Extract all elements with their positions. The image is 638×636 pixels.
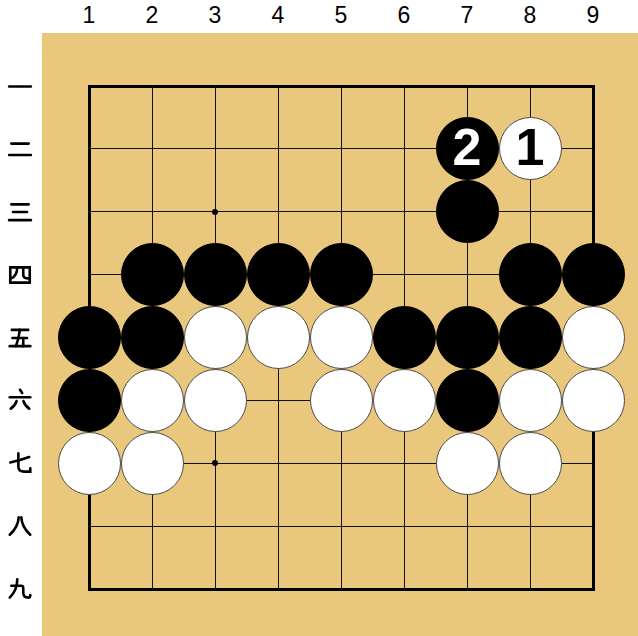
stone-white-col5-row5 bbox=[310, 306, 373, 369]
stone-black-col8-row4 bbox=[499, 243, 562, 306]
stone-white-col2-row7 bbox=[121, 432, 184, 495]
goban: 21 bbox=[42, 33, 638, 636]
kanji-numeral-5-icon bbox=[7, 325, 33, 351]
stone-white-col8-row6 bbox=[499, 369, 562, 432]
kanji-numeral-4-icon bbox=[7, 262, 33, 288]
stone-white-col9-row5 bbox=[562, 306, 625, 369]
stone-black-col2-row5 bbox=[121, 306, 184, 369]
stone-white-col7-row7 bbox=[436, 432, 499, 495]
stone-white-col9-row6 bbox=[562, 369, 625, 432]
grid-hline-8 bbox=[89, 526, 593, 527]
stone-black-col7-row3 bbox=[436, 180, 499, 243]
stone-black-col2-row4 bbox=[121, 243, 184, 306]
row-label-5 bbox=[7, 325, 33, 351]
stone-black-col1-row6 bbox=[58, 369, 121, 432]
move-number: 1 bbox=[516, 121, 545, 176]
row-label-9 bbox=[7, 576, 33, 602]
star-point-3-3 bbox=[212, 209, 218, 215]
kanji-numeral-3-icon bbox=[7, 199, 33, 225]
go-board-diagram: 123456789 21 bbox=[0, 0, 638, 636]
stone-black-col7-row6 bbox=[436, 369, 499, 432]
column-label-3: 3 bbox=[209, 2, 222, 28]
stone-white-col6-row6 bbox=[373, 369, 436, 432]
stone-white-col3-row5 bbox=[184, 306, 247, 369]
stone-black-col7-row2: 2 bbox=[436, 117, 499, 180]
stone-white-col8-row2: 1 bbox=[499, 117, 562, 180]
stone-white-col4-row5 bbox=[247, 306, 310, 369]
row-label-1 bbox=[7, 73, 33, 99]
stone-black-col3-row4 bbox=[184, 243, 247, 306]
kanji-numeral-9-icon bbox=[7, 576, 33, 602]
column-label-1: 1 bbox=[83, 2, 96, 28]
move-number: 2 bbox=[453, 121, 482, 176]
stone-white-col3-row6 bbox=[184, 369, 247, 432]
stone-white-col8-row7 bbox=[499, 432, 562, 495]
stone-black-col1-row5 bbox=[58, 306, 121, 369]
column-label-2: 2 bbox=[146, 2, 159, 28]
stone-black-col9-row4 bbox=[562, 243, 625, 306]
row-label-2 bbox=[7, 136, 33, 162]
stone-white-col5-row6 bbox=[310, 369, 373, 432]
column-label-4: 4 bbox=[272, 2, 285, 28]
stone-black-col5-row4 bbox=[310, 243, 373, 306]
stone-white-col2-row6 bbox=[121, 369, 184, 432]
kanji-numeral-2-icon bbox=[7, 136, 33, 162]
row-label-6 bbox=[7, 387, 33, 413]
kanji-numeral-6-icon bbox=[7, 387, 33, 413]
row-label-3 bbox=[7, 199, 33, 225]
row-label-8 bbox=[7, 513, 33, 539]
column-label-9: 9 bbox=[587, 2, 600, 28]
kanji-numeral-8-icon bbox=[7, 513, 33, 539]
row-label-4 bbox=[7, 262, 33, 288]
column-label-7: 7 bbox=[461, 2, 474, 28]
column-label-6: 6 bbox=[398, 2, 411, 28]
column-label-8: 8 bbox=[524, 2, 537, 28]
stone-black-col8-row5 bbox=[499, 306, 562, 369]
kanji-numeral-7-icon bbox=[7, 450, 33, 476]
column-label-5: 5 bbox=[335, 2, 348, 28]
stone-black-col7-row5 bbox=[436, 306, 499, 369]
stone-black-col4-row4 bbox=[247, 243, 310, 306]
row-label-7 bbox=[7, 450, 33, 476]
stone-white-col1-row7 bbox=[58, 432, 121, 495]
stone-black-col6-row5 bbox=[373, 306, 436, 369]
kanji-numeral-1-icon bbox=[7, 73, 33, 99]
